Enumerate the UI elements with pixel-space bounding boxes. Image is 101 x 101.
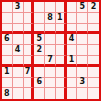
cell-r8c3-empty[interactable] [24, 78, 35, 89]
cell-r5c6-empty[interactable] [56, 45, 67, 56]
cell-r3c9-empty[interactable] [88, 24, 99, 35]
cell-r3c7-empty[interactable] [67, 24, 78, 35]
cell-r6c1-empty[interactable] [2, 56, 13, 67]
cell-r9c4-empty[interactable] [34, 88, 45, 99]
cell-r9c5-empty[interactable] [45, 88, 56, 99]
cell-r2c8-empty[interactable] [77, 13, 88, 24]
cell-r6c4-empty[interactable] [34, 56, 45, 67]
cell-r4c8-empty[interactable] [77, 34, 88, 45]
cell-r8c4-given: 6 [34, 78, 45, 89]
cell-r6c5-given: 7 [45, 56, 56, 67]
cell-r4c4-given: 5 [34, 34, 45, 45]
cell-r4c7-given: 4 [67, 34, 78, 45]
cell-r4c2-empty[interactable] [13, 34, 24, 45]
cell-r8c5-empty[interactable] [45, 78, 56, 89]
cell-r3c5-empty[interactable] [45, 24, 56, 35]
cell-r9c8-empty[interactable] [77, 88, 88, 99]
cell-r9c7-empty[interactable] [67, 88, 78, 99]
cell-r8c7-empty[interactable] [67, 78, 78, 89]
cell-r3c8-empty[interactable] [77, 24, 88, 35]
cell-r5c4-given: 2 [34, 45, 45, 56]
cell-r1c8-given: 5 [77, 2, 88, 13]
cell-r2c4-empty[interactable] [34, 13, 45, 24]
cell-r5c9-empty[interactable] [88, 45, 99, 56]
cell-r1c5-empty[interactable] [45, 2, 56, 13]
cell-r7c2-empty[interactable] [13, 67, 24, 78]
cell-r8c2-empty[interactable] [13, 78, 24, 89]
cell-r6c3-empty[interactable] [24, 56, 35, 67]
cell-r2c3-empty[interactable] [24, 13, 35, 24]
cell-r5c3-empty[interactable] [24, 45, 35, 56]
cell-r4c5-empty[interactable] [45, 34, 56, 45]
cell-r6c8-empty[interactable] [77, 56, 88, 67]
cell-r9c1-given: 8 [2, 88, 13, 99]
cell-r5c1-empty[interactable] [2, 45, 13, 56]
cell-r4c6-empty[interactable] [56, 34, 67, 45]
cell-r3c3-empty[interactable] [24, 24, 35, 35]
cell-r2c1-empty[interactable] [2, 13, 13, 24]
cell-r1c6-empty[interactable] [56, 2, 67, 13]
cell-r4c9-empty[interactable] [88, 34, 99, 45]
cell-r5c2-given: 4 [13, 45, 24, 56]
cell-r9c6-empty[interactable] [56, 88, 67, 99]
cell-r7c5-empty[interactable] [45, 67, 56, 78]
cell-r5c8-empty[interactable] [77, 45, 88, 56]
cell-r2c2-empty[interactable] [13, 13, 24, 24]
cell-r1c1-empty[interactable] [2, 2, 13, 13]
cell-r7c7-empty[interactable] [67, 67, 78, 78]
cell-r1c4-empty[interactable] [34, 2, 45, 13]
cell-r9c9-empty[interactable] [88, 88, 99, 99]
cell-r8c1-empty[interactable] [2, 78, 13, 89]
cell-r8c8-given: 3 [77, 78, 88, 89]
cell-r1c9-given: 2 [88, 2, 99, 13]
cell-r2c9-empty[interactable] [88, 13, 99, 24]
cell-r6c2-empty[interactable] [13, 56, 24, 67]
cell-r6c9-empty[interactable] [88, 56, 99, 67]
cell-r3c4-empty[interactable] [34, 24, 45, 35]
cell-r1c7-empty[interactable] [67, 2, 78, 13]
cell-r7c8-empty[interactable] [77, 67, 88, 78]
cell-r7c1-given: 1 [2, 67, 13, 78]
cell-r9c3-empty[interactable] [24, 88, 35, 99]
cell-r3c2-empty[interactable] [13, 24, 24, 35]
cell-r3c6-empty[interactable] [56, 24, 67, 35]
cell-r8c9-empty[interactable] [88, 78, 99, 89]
cell-r9c2-empty[interactable] [13, 88, 24, 99]
cell-r7c9-empty[interactable] [88, 67, 99, 78]
cell-r6c7-given: 1 [67, 56, 78, 67]
cell-r1c2-given: 3 [13, 2, 24, 13]
cell-r2c7-empty[interactable] [67, 13, 78, 24]
cell-r6c6-empty[interactable] [56, 56, 67, 67]
sudoku-board: 35281654427117638 [0, 0, 101, 101]
cell-r7c4-empty[interactable] [34, 67, 45, 78]
cell-r7c6-empty[interactable] [56, 67, 67, 78]
cell-r4c1-given: 6 [2, 34, 13, 45]
cell-r2c6-given: 1 [56, 13, 67, 24]
cell-r2c5-given: 8 [45, 13, 56, 24]
cell-r8c6-empty[interactable] [56, 78, 67, 89]
cell-r4c3-empty[interactable] [24, 34, 35, 45]
cell-r7c3-given: 7 [24, 67, 35, 78]
cell-r1c3-empty[interactable] [24, 2, 35, 13]
cell-r3c1-empty[interactable] [2, 24, 13, 35]
